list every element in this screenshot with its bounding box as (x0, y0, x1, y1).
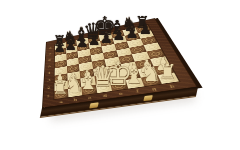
chess-set-photo: abcdefgh 87654321 ♜♞♝♛♚♝♞♜♟♟♟♟♟♟♟♟♟♟♟♟♟♟… (0, 0, 240, 150)
piece-black-pawn: ♟ (126, 25, 139, 40)
piece-white-rook: ♜ (52, 79, 69, 97)
piece-black-pawn: ♟ (88, 34, 100, 48)
piece-black-pawn: ♟ (65, 39, 77, 52)
piece-black-pawn: ♟ (54, 41, 66, 54)
piece-black-pawn: ♟ (139, 22, 152, 37)
piece-black-pawn: ♟ (113, 28, 126, 42)
pieces-layer: ♜♞♝♛♚♝♞♜♟♟♟♟♟♟♟♟♟♟♟♟♟♟♟♟♜♞♝♛♚♝♞♜ (0, 0, 240, 150)
piece-black-pawn: ♟ (76, 36, 88, 50)
piece-black-pawn: ♟ (100, 31, 113, 45)
